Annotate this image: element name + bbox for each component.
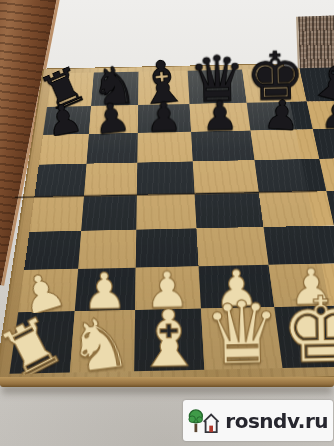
watermark-logo bbox=[188, 406, 221, 436]
square-d4 bbox=[195, 192, 264, 228]
white-bishop: ♝ bbox=[132, 301, 204, 377]
square-e7: ♟ bbox=[247, 102, 313, 131]
square-a7: ♟ bbox=[43, 106, 91, 135]
photo-background: ♜♞♝♛♚♝♞♜♟♟♟♟♟♟♟♟♟♟♟♟♟♟♟♟♜♞♝♛♚♝♞♜ rosndv.… bbox=[0, 0, 334, 446]
watermark: rosndv.ru bbox=[183, 400, 333, 441]
square-b4 bbox=[81, 195, 136, 231]
tree-icon bbox=[189, 409, 202, 431]
board-squares: ♜♞♝♛♚♝♞♜♟♟♟♟♟♟♟♟♟♟♟♟♟♟♟♟♜♞♝♛♚♝♞♜ bbox=[10, 69, 330, 374]
square-b7: ♟ bbox=[89, 105, 138, 134]
house-icon bbox=[204, 414, 219, 432]
square-d1: ♛ bbox=[201, 307, 282, 370]
square-a6 bbox=[39, 134, 89, 165]
board-front-edge bbox=[0, 377, 334, 387]
square-d5 bbox=[193, 160, 259, 193]
square-b1: ♞ bbox=[70, 310, 135, 373]
square-a4 bbox=[29, 196, 84, 232]
square-e5 bbox=[255, 159, 326, 192]
white-king: ♚ bbox=[280, 287, 334, 374]
square-c1: ♝ bbox=[134, 308, 205, 371]
square-d7: ♟ bbox=[190, 103, 251, 132]
white-knight: ♞ bbox=[64, 307, 135, 382]
square-b6 bbox=[87, 133, 138, 164]
board-shadow bbox=[2, 386, 332, 397]
square-b5 bbox=[84, 163, 137, 196]
square-d6 bbox=[191, 130, 254, 161]
square-c6 bbox=[137, 132, 193, 163]
square-a5 bbox=[34, 164, 86, 197]
square-e6 bbox=[251, 129, 319, 160]
square-c7: ♟ bbox=[137, 104, 191, 133]
square-f7: ♟ bbox=[306, 101, 334, 130]
square-e1: ♚ bbox=[274, 305, 334, 368]
chess-board: ♜♞♝♛♚♝♞♜♟♟♟♟♟♟♟♟♟♟♟♟♟♟♟♟♜♞♝♛♚♝♞♜ bbox=[0, 64, 334, 385]
square-c4 bbox=[136, 194, 197, 230]
square-e4 bbox=[259, 191, 334, 227]
square-c5 bbox=[136, 161, 194, 194]
watermark-text: rosndv.ru bbox=[225, 409, 328, 433]
white-queen: ♛ bbox=[203, 292, 282, 376]
